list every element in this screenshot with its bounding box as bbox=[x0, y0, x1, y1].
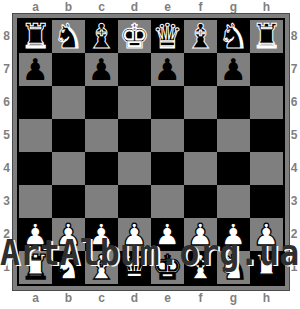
piece-black-knight-g8[interactable]: ♞ bbox=[218, 20, 248, 53]
file-label-bottom-f: f bbox=[184, 291, 217, 306]
piece-white-pawn-g2[interactable]: ♟ bbox=[220, 218, 247, 251]
square-c7[interactable]: ♟ bbox=[85, 53, 118, 86]
chess-diagram: abcdefgh 87654321 87654321 abcdefgh ♜♞♝♚… bbox=[0, 0, 300, 309]
square-g7[interactable]: ♟ bbox=[217, 53, 250, 86]
board-grid: ♜♞♝♚♛♝♞♜♟♟♟♟♟♟♟♟♟♟♟♟♟♟♟♟♜♞♝♛♚♝♞♜ bbox=[17, 18, 285, 286]
square-a6[interactable] bbox=[19, 86, 52, 119]
piece-black-pawn-f7[interactable]: ♟ bbox=[187, 53, 214, 86]
square-d1[interactable]: ♛ bbox=[118, 251, 151, 284]
square-g6[interactable] bbox=[217, 86, 250, 119]
piece-black-pawn-d7[interactable]: ♟ bbox=[121, 53, 148, 86]
piece-white-knight-g1[interactable]: ♞ bbox=[218, 251, 248, 284]
piece-white-bishop-f1[interactable]: ♝ bbox=[185, 251, 215, 284]
square-h4[interactable] bbox=[250, 152, 283, 185]
square-d5[interactable] bbox=[118, 119, 151, 152]
square-g8[interactable]: ♞ bbox=[217, 20, 250, 53]
file-label-top-c: c bbox=[85, 0, 118, 13]
square-b3[interactable] bbox=[52, 185, 85, 218]
file-label-bottom-d: d bbox=[118, 291, 151, 306]
file-labels-top: abcdefgh bbox=[19, 0, 283, 13]
square-a5[interactable] bbox=[19, 119, 52, 152]
square-h5[interactable] bbox=[250, 119, 283, 152]
square-e3[interactable] bbox=[151, 185, 184, 218]
file-labels-bottom: abcdefgh bbox=[19, 291, 283, 306]
square-h3[interactable] bbox=[250, 185, 283, 218]
piece-black-rook-a8[interactable]: ♜ bbox=[20, 20, 50, 53]
square-c6[interactable] bbox=[85, 86, 118, 119]
square-d3[interactable] bbox=[118, 185, 151, 218]
square-c3[interactable] bbox=[85, 185, 118, 218]
file-label-bottom-e: e bbox=[151, 291, 184, 306]
square-c1[interactable]: ♝ bbox=[85, 251, 118, 284]
piece-white-knight-b1[interactable]: ♞ bbox=[53, 251, 83, 284]
piece-white-queen-d1[interactable]: ♛ bbox=[119, 251, 149, 284]
square-d2[interactable]: ♟ bbox=[118, 218, 151, 251]
file-label-bottom-a: a bbox=[19, 291, 52, 306]
piece-white-pawn-f2[interactable]: ♟ bbox=[187, 218, 214, 251]
square-h6[interactable] bbox=[250, 86, 283, 119]
piece-black-pawn-g7[interactable]: ♟ bbox=[220, 53, 247, 86]
square-h7[interactable]: ♟ bbox=[250, 53, 283, 86]
file-label-top-f: f bbox=[184, 0, 217, 13]
square-f8[interactable]: ♝ bbox=[184, 20, 217, 53]
square-b8[interactable]: ♞ bbox=[52, 20, 85, 53]
square-g1[interactable]: ♞ bbox=[217, 251, 250, 284]
square-a4[interactable] bbox=[19, 152, 52, 185]
file-label-bottom-b: b bbox=[52, 291, 85, 306]
piece-black-rook-h8[interactable]: ♜ bbox=[251, 20, 281, 53]
square-b1[interactable]: ♞ bbox=[52, 251, 85, 284]
file-label-bottom-g: g bbox=[217, 291, 250, 306]
square-b5[interactable] bbox=[52, 119, 85, 152]
square-e1[interactable]: ♚ bbox=[151, 251, 184, 284]
piece-black-pawn-a7[interactable]: ♟ bbox=[22, 53, 49, 86]
piece-white-pawn-h2[interactable]: ♟ bbox=[253, 218, 280, 251]
square-a2[interactable]: ♟ bbox=[19, 218, 52, 251]
square-a8[interactable]: ♜ bbox=[19, 20, 52, 53]
square-d8[interactable]: ♚ bbox=[118, 20, 151, 53]
square-f1[interactable]: ♝ bbox=[184, 251, 217, 284]
piece-black-pawn-b7[interactable]: ♟ bbox=[55, 53, 82, 86]
piece-white-pawn-c2[interactable]: ♟ bbox=[88, 218, 115, 251]
square-c8[interactable]: ♝ bbox=[85, 20, 118, 53]
piece-black-knight-b8[interactable]: ♞ bbox=[53, 20, 83, 53]
square-b4[interactable] bbox=[52, 152, 85, 185]
square-d4[interactable] bbox=[118, 152, 151, 185]
square-f6[interactable] bbox=[184, 86, 217, 119]
piece-white-king-e1[interactable]: ♚ bbox=[152, 251, 182, 284]
file-label-top-h: h bbox=[250, 0, 283, 13]
square-f2[interactable]: ♟ bbox=[184, 218, 217, 251]
square-f5[interactable] bbox=[184, 119, 217, 152]
square-a7[interactable]: ♟ bbox=[19, 53, 52, 86]
square-b2[interactable]: ♟ bbox=[52, 218, 85, 251]
square-b6[interactable] bbox=[52, 86, 85, 119]
piece-white-pawn-d2[interactable]: ♟ bbox=[121, 218, 148, 251]
square-d6[interactable] bbox=[118, 86, 151, 119]
piece-white-rook-h1[interactable]: ♜ bbox=[251, 251, 281, 284]
square-d7[interactable]: ♟ bbox=[118, 53, 151, 86]
piece-black-king-d8[interactable]: ♚ bbox=[119, 20, 149, 53]
square-a3[interactable] bbox=[19, 185, 52, 218]
square-g4[interactable] bbox=[217, 152, 250, 185]
piece-white-pawn-b2[interactable]: ♟ bbox=[55, 218, 82, 251]
file-label-top-b: b bbox=[52, 0, 85, 13]
file-label-top-e: e bbox=[151, 0, 184, 13]
square-e4[interactable] bbox=[151, 152, 184, 185]
square-e2[interactable]: ♟ bbox=[151, 218, 184, 251]
square-b7[interactable]: ♟ bbox=[52, 53, 85, 86]
square-a1[interactable]: ♜ bbox=[19, 251, 52, 284]
square-h8[interactable]: ♜ bbox=[250, 20, 283, 53]
square-f4[interactable] bbox=[184, 152, 217, 185]
square-e6[interactable] bbox=[151, 86, 184, 119]
square-g5[interactable] bbox=[217, 119, 250, 152]
square-c4[interactable] bbox=[85, 152, 118, 185]
piece-white-rook-a1[interactable]: ♜ bbox=[20, 251, 50, 284]
piece-white-pawn-e2[interactable]: ♟ bbox=[154, 218, 181, 251]
piece-black-pawn-c7[interactable]: ♟ bbox=[88, 53, 115, 86]
square-h1[interactable]: ♜ bbox=[250, 251, 283, 284]
piece-black-pawn-e7[interactable]: ♟ bbox=[154, 53, 181, 86]
piece-black-bishop-c8[interactable]: ♝ bbox=[86, 20, 116, 53]
square-e7[interactable]: ♟ bbox=[151, 53, 184, 86]
piece-white-pawn-a2[interactable]: ♟ bbox=[22, 218, 49, 251]
square-c2[interactable]: ♟ bbox=[85, 218, 118, 251]
file-label-bottom-h: h bbox=[250, 291, 283, 306]
piece-black-bishop-f8[interactable]: ♝ bbox=[185, 20, 215, 53]
square-e8[interactable]: ♛ bbox=[151, 20, 184, 53]
square-g3[interactable] bbox=[217, 185, 250, 218]
file-label-top-a: a bbox=[19, 0, 52, 13]
file-label-top-g: g bbox=[217, 0, 250, 13]
piece-black-pawn-h7[interactable]: ♟ bbox=[253, 53, 280, 86]
square-f3[interactable] bbox=[184, 185, 217, 218]
file-label-top-d: d bbox=[118, 0, 151, 13]
square-c5[interactable] bbox=[85, 119, 118, 152]
file-label-bottom-c: c bbox=[85, 291, 118, 306]
piece-black-queen-e8[interactable]: ♛ bbox=[152, 20, 182, 53]
piece-white-bishop-c1[interactable]: ♝ bbox=[86, 251, 116, 284]
square-e5[interactable] bbox=[151, 119, 184, 152]
square-g2[interactable]: ♟ bbox=[217, 218, 250, 251]
square-f7[interactable]: ♟ bbox=[184, 53, 217, 86]
square-h2[interactable]: ♟ bbox=[250, 218, 283, 251]
